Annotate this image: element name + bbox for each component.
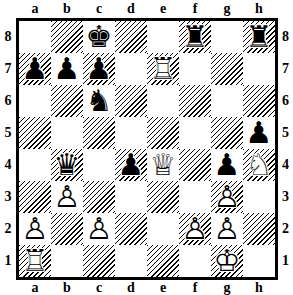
square-a3[interactable] <box>19 181 51 213</box>
square-c8[interactable]: ♚ <box>83 21 115 53</box>
rank-label-3: 3 <box>278 181 293 213</box>
square-f4[interactable] <box>179 149 211 181</box>
square-a5[interactable] <box>19 117 51 149</box>
square-a8[interactable] <box>19 21 51 53</box>
file-label-d: d <box>115 0 147 18</box>
square-f2[interactable]: ♟♙ <box>179 213 211 245</box>
rank-label-8: 8 <box>0 21 16 53</box>
square-a4[interactable] <box>19 149 51 181</box>
square-b7[interactable]: ♟ <box>51 53 83 85</box>
rank-label-5: 5 <box>278 117 293 149</box>
square-b8[interactable] <box>51 21 83 53</box>
white-pawn-g3: ♟♙ <box>211 181 243 213</box>
file-labels-top: abcdefgh <box>19 0 275 18</box>
rank-label-2: 2 <box>0 213 16 245</box>
square-f7[interactable] <box>179 53 211 85</box>
square-d3[interactable] <box>115 181 147 213</box>
square-c3[interactable] <box>83 181 115 213</box>
square-c5[interactable] <box>83 117 115 149</box>
square-b2[interactable] <box>51 213 83 245</box>
rank-label-6: 6 <box>0 85 16 117</box>
square-e5[interactable] <box>147 117 179 149</box>
rank-labels-left: 87654321 <box>0 21 16 277</box>
black-pawn-h5: ♟ <box>243 117 275 149</box>
black-pawn-c7: ♟ <box>83 53 115 85</box>
file-label-f: f <box>179 280 211 295</box>
rank-label-1: 1 <box>0 245 16 277</box>
square-g8[interactable] <box>211 21 243 53</box>
file-label-e: e <box>147 280 179 295</box>
square-h3[interactable] <box>243 181 275 213</box>
file-label-g: g <box>211 0 243 18</box>
rank-label-1: 1 <box>278 245 293 277</box>
square-f5[interactable] <box>179 117 211 149</box>
square-c1[interactable] <box>83 245 115 277</box>
square-c7[interactable]: ♟ <box>83 53 115 85</box>
file-label-a: a <box>19 280 51 295</box>
rank-label-7: 7 <box>0 53 16 85</box>
square-f1[interactable] <box>179 245 211 277</box>
square-g7[interactable] <box>211 53 243 85</box>
square-d7[interactable] <box>115 53 147 85</box>
white-pawn-b3: ♟♙ <box>51 181 83 213</box>
square-a6[interactable] <box>19 85 51 117</box>
square-f8[interactable]: ♜ <box>179 21 211 53</box>
square-e3[interactable] <box>147 181 179 213</box>
white-rook-a1: ♜♖ <box>19 245 51 277</box>
rank-labels-right: 87654321 <box>278 21 293 277</box>
file-label-e: e <box>147 0 179 18</box>
rank-label-4: 4 <box>0 149 16 181</box>
square-a2[interactable]: ♟♙ <box>19 213 51 245</box>
black-pawn-a7: ♟ <box>19 53 51 85</box>
file-label-f: f <box>179 0 211 18</box>
white-rook-e7: ♜♖ <box>147 53 179 85</box>
square-c6[interactable]: ♞ <box>83 85 115 117</box>
square-d8[interactable] <box>115 21 147 53</box>
square-g6[interactable] <box>211 85 243 117</box>
square-e1[interactable] <box>147 245 179 277</box>
square-b1[interactable] <box>51 245 83 277</box>
square-e4[interactable]: ♛♕ <box>147 149 179 181</box>
square-f6[interactable] <box>179 85 211 117</box>
white-pawn-a2: ♟♙ <box>19 213 51 245</box>
square-f3[interactable] <box>179 181 211 213</box>
black-pawn-d4: ♟ <box>115 149 147 181</box>
square-b3[interactable]: ♟♙ <box>51 181 83 213</box>
square-g1[interactable]: ♚♔ <box>211 245 243 277</box>
square-a1[interactable]: ♜♖ <box>19 245 51 277</box>
square-h5[interactable]: ♟ <box>243 117 275 149</box>
file-label-d: d <box>115 280 147 295</box>
square-e6[interactable] <box>147 85 179 117</box>
black-king-c8: ♚ <box>83 21 115 53</box>
file-label-h: h <box>243 0 275 18</box>
square-c4[interactable] <box>83 149 115 181</box>
rank-label-4: 4 <box>278 149 293 181</box>
square-d1[interactable] <box>115 245 147 277</box>
square-b4[interactable]: ♛ <box>51 149 83 181</box>
white-queen-e4: ♛♕ <box>147 149 179 181</box>
file-label-a: a <box>19 0 51 18</box>
file-label-b: b <box>51 0 83 18</box>
board: ♚♜♜♟♟♟♜♖♞♟♛♟♛♕♟♞♘♟♙♟♙♟♙♟♙♟♙♟♙♜♖♚♔ <box>16 18 278 280</box>
black-rook-h8: ♜ <box>243 21 275 53</box>
square-h7[interactable] <box>243 53 275 85</box>
square-h6[interactable] <box>243 85 275 117</box>
black-pawn-g4: ♟ <box>211 149 243 181</box>
rank-label-5: 5 <box>0 117 16 149</box>
white-knight-h4: ♞♘ <box>243 149 275 181</box>
square-e7[interactable]: ♜♖ <box>147 53 179 85</box>
square-d4[interactable]: ♟ <box>115 149 147 181</box>
square-b5[interactable] <box>51 117 83 149</box>
file-label-g: g <box>211 280 243 295</box>
square-c2[interactable]: ♟♙ <box>83 213 115 245</box>
white-king-g1: ♚♔ <box>211 245 243 277</box>
square-d5[interactable] <box>115 117 147 149</box>
rank-label-2: 2 <box>278 213 293 245</box>
square-e2[interactable] <box>147 213 179 245</box>
file-labels-bottom: abcdefgh <box>19 280 275 295</box>
rank-label-7: 7 <box>278 53 293 85</box>
black-rook-f8: ♜ <box>179 21 211 53</box>
square-h1[interactable] <box>243 245 275 277</box>
black-knight-c6: ♞ <box>83 85 115 117</box>
rank-label-8: 8 <box>278 21 293 53</box>
square-g4[interactable]: ♟ <box>211 149 243 181</box>
square-h2[interactable] <box>243 213 275 245</box>
square-e8[interactable] <box>147 21 179 53</box>
square-d6[interactable] <box>115 85 147 117</box>
square-g5[interactable] <box>211 117 243 149</box>
black-queen-b4: ♛ <box>51 149 83 181</box>
square-b6[interactable] <box>51 85 83 117</box>
square-h4[interactable]: ♞♘ <box>243 149 275 181</box>
file-label-c: c <box>83 0 115 18</box>
square-g2[interactable]: ♟♙ <box>211 213 243 245</box>
white-pawn-f2: ♟♙ <box>179 213 211 245</box>
white-pawn-c2: ♟♙ <box>83 213 115 245</box>
file-label-h: h <box>243 280 275 295</box>
square-a7[interactable]: ♟ <box>19 53 51 85</box>
square-g3[interactable]: ♟♙ <box>211 181 243 213</box>
rank-label-3: 3 <box>0 181 16 213</box>
file-label-c: c <box>83 280 115 295</box>
rank-label-6: 6 <box>278 85 293 117</box>
black-pawn-b7: ♟ <box>51 53 83 85</box>
chess-diagram: abcdefgh 87654321 ♚♜♜♟♟♟♜♖♞♟♛♟♛♕♟♞♘♟♙♟♙♟… <box>0 0 293 295</box>
file-label-b: b <box>51 280 83 295</box>
square-d2[interactable] <box>115 213 147 245</box>
white-pawn-g2: ♟♙ <box>211 213 243 245</box>
square-h8[interactable]: ♜ <box>243 21 275 53</box>
